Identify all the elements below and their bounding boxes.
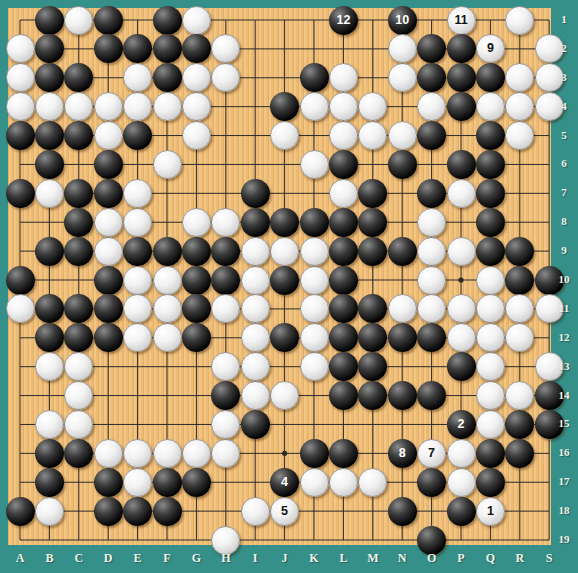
white-stone-B13[interactable]: [35, 352, 64, 381]
black-stone-B12[interactable]: [35, 323, 64, 352]
black-stone-Q16[interactable]: [476, 439, 505, 468]
white-stone-L3[interactable]: [329, 63, 358, 92]
column-label-Q: Q: [478, 551, 502, 566]
column-label-K: K: [302, 551, 326, 566]
black-stone-R10[interactable]: [505, 266, 534, 295]
white-stone-I10[interactable]: [241, 266, 270, 295]
white-stone-G4[interactable]: [182, 92, 211, 121]
white-stone-Q15[interactable]: [476, 410, 505, 439]
black-stone-E5[interactable]: [123, 121, 152, 150]
white-stone-O8[interactable]: [417, 208, 446, 237]
black-stone-B16[interactable]: [35, 439, 64, 468]
black-stone-O5[interactable]: [417, 121, 446, 150]
row-label-14: 14: [552, 389, 576, 401]
black-stone-N6[interactable]: [388, 150, 417, 179]
black-stone-C7[interactable]: [64, 179, 93, 208]
white-stone-P11[interactable]: [447, 294, 476, 323]
white-stone-P16[interactable]: [447, 439, 476, 468]
white-stone-D5[interactable]: [94, 121, 123, 150]
row-label-17: 17: [552, 475, 576, 487]
black-stone-H10[interactable]: [211, 266, 240, 295]
black-stone-D10[interactable]: [94, 266, 123, 295]
row-label-18: 18: [552, 504, 576, 516]
black-stone-P4[interactable]: [447, 92, 476, 121]
black-stone-L9[interactable]: [329, 237, 358, 266]
black-stone-L14[interactable]: [329, 381, 358, 410]
white-stone-P7[interactable]: [447, 179, 476, 208]
black-stone-G10[interactable]: [182, 266, 211, 295]
white-stone-G3[interactable]: [182, 63, 211, 92]
black-stone-R16[interactable]: [505, 439, 534, 468]
white-stone-K12[interactable]: [300, 323, 329, 352]
white-stone-N2[interactable]: [388, 34, 417, 63]
black-stone-L16[interactable]: [329, 439, 358, 468]
black-stone-D1[interactable]: [94, 6, 123, 35]
black-stone-F17[interactable]: [153, 468, 182, 497]
black-stone-D12[interactable]: [94, 323, 123, 352]
white-stone-E10[interactable]: [123, 266, 152, 295]
black-stone-D7[interactable]: [94, 179, 123, 208]
black-stone-N14[interactable]: [388, 381, 417, 410]
row-label-9: 9: [552, 244, 576, 256]
black-stone-D11[interactable]: [94, 294, 123, 323]
white-stone-Q10[interactable]: [476, 266, 505, 295]
black-stone-L12[interactable]: [329, 323, 358, 352]
black-stone-Q17[interactable]: [476, 468, 505, 497]
white-stone-H8[interactable]: [211, 208, 240, 237]
white-stone-Q18[interactable]: [476, 497, 505, 526]
white-stone-D4[interactable]: [94, 92, 123, 121]
column-label-B: B: [37, 551, 61, 566]
row-label-2: 2: [552, 42, 576, 54]
column-label-S: S: [537, 551, 561, 566]
black-stone-P2[interactable]: [447, 34, 476, 63]
row-label-6: 6: [552, 157, 576, 169]
column-label-H: H: [214, 551, 238, 566]
black-stone-O7[interactable]: [417, 179, 446, 208]
white-stone-A2[interactable]: [6, 34, 35, 63]
white-stone-K13[interactable]: [300, 352, 329, 381]
white-stone-N11[interactable]: [388, 294, 417, 323]
white-stone-B15[interactable]: [35, 410, 64, 439]
row-label-19: 19: [552, 533, 576, 545]
column-label-E: E: [126, 551, 150, 566]
black-stone-P13[interactable]: [447, 352, 476, 381]
black-stone-C9[interactable]: [64, 237, 93, 266]
black-stone-K8[interactable]: [300, 208, 329, 237]
white-stone-Q13[interactable]: [476, 352, 505, 381]
black-stone-L13[interactable]: [329, 352, 358, 381]
black-stone-A5[interactable]: [6, 121, 35, 150]
black-stone-K16[interactable]: [300, 439, 329, 468]
white-stone-L7[interactable]: [329, 179, 358, 208]
black-stone-C16[interactable]: [64, 439, 93, 468]
white-stone-J14[interactable]: [270, 381, 299, 410]
column-label-P: P: [449, 551, 473, 566]
row-label-3: 3: [552, 71, 576, 83]
black-stone-J10[interactable]: [270, 266, 299, 295]
black-stone-G17[interactable]: [182, 468, 211, 497]
black-stone-A10[interactable]: [6, 266, 35, 295]
black-stone-L8[interactable]: [329, 208, 358, 237]
white-stone-F4[interactable]: [153, 92, 182, 121]
column-label-M: M: [361, 551, 385, 566]
black-stone-P3[interactable]: [447, 63, 476, 92]
white-stone-K17[interactable]: [300, 468, 329, 497]
white-stone-D9[interactable]: [94, 237, 123, 266]
black-stone-Q9[interactable]: [476, 237, 505, 266]
row-label-7: 7: [552, 186, 576, 198]
black-stone-L6[interactable]: [329, 150, 358, 179]
black-stone-G12[interactable]: [182, 323, 211, 352]
black-stone-L1[interactable]: [329, 6, 358, 35]
white-stone-K4[interactable]: [300, 92, 329, 121]
white-stone-E17[interactable]: [123, 468, 152, 497]
black-stone-F3[interactable]: [153, 63, 182, 92]
black-stone-L10[interactable]: [329, 266, 358, 295]
row-label-12: 12: [552, 331, 576, 343]
white-stone-P17[interactable]: [447, 468, 476, 497]
black-stone-F1[interactable]: [153, 6, 182, 35]
white-stone-A4[interactable]: [6, 92, 35, 121]
black-stone-J17[interactable]: [270, 468, 299, 497]
white-stone-O16[interactable]: [417, 439, 446, 468]
black-stone-D18[interactable]: [94, 497, 123, 526]
white-stone-G5[interactable]: [182, 121, 211, 150]
column-label-C: C: [67, 551, 91, 566]
column-label-L: L: [331, 551, 355, 566]
white-stone-I14[interactable]: [241, 381, 270, 410]
black-stone-N18[interactable]: [388, 497, 417, 526]
row-label-15: 15: [552, 417, 576, 429]
column-label-I: I: [243, 551, 267, 566]
white-stone-L4[interactable]: [329, 92, 358, 121]
black-stone-M9[interactable]: [358, 237, 387, 266]
white-stone-J5[interactable]: [270, 121, 299, 150]
row-label-13: 13: [552, 360, 576, 372]
black-stone-D17[interactable]: [94, 468, 123, 497]
white-stone-D16[interactable]: [94, 439, 123, 468]
white-stone-I9[interactable]: [241, 237, 270, 266]
white-stone-I12[interactable]: [241, 323, 270, 352]
row-label-10: 10: [552, 273, 576, 285]
black-stone-N16[interactable]: [388, 439, 417, 468]
white-stone-Q14[interactable]: [476, 381, 505, 410]
white-stone-F6[interactable]: [153, 150, 182, 179]
column-label-O: O: [420, 551, 444, 566]
black-stone-E18[interactable]: [123, 497, 152, 526]
black-stone-N1[interactable]: [388, 6, 417, 35]
white-stone-B4[interactable]: [35, 92, 64, 121]
row-label-4: 4: [552, 100, 576, 112]
black-stone-Q8[interactable]: [476, 208, 505, 237]
white-stone-H16[interactable]: [211, 439, 240, 468]
black-stone-A18[interactable]: [6, 497, 35, 526]
black-stone-Q7[interactable]: [476, 179, 505, 208]
white-stone-R1[interactable]: [505, 6, 534, 35]
white-stone-A11[interactable]: [6, 294, 35, 323]
white-stone-E7[interactable]: [123, 179, 152, 208]
white-stone-C1[interactable]: [64, 6, 93, 35]
white-stone-Q12[interactable]: [476, 323, 505, 352]
row-label-16: 16: [552, 446, 576, 458]
black-stone-A7[interactable]: [6, 179, 35, 208]
white-stone-E8[interactable]: [123, 208, 152, 237]
white-stone-J18[interactable]: [270, 497, 299, 526]
white-stone-B7[interactable]: [35, 179, 64, 208]
black-stone-H9[interactable]: [211, 237, 240, 266]
black-stone-R9[interactable]: [505, 237, 534, 266]
black-stone-Q3[interactable]: [476, 63, 505, 92]
black-stone-F9[interactable]: [153, 237, 182, 266]
black-stone-J8[interactable]: [270, 208, 299, 237]
column-label-R: R: [508, 551, 532, 566]
black-stone-O14[interactable]: [417, 381, 446, 410]
white-stone-A3[interactable]: [6, 63, 35, 92]
black-stone-P6[interactable]: [447, 150, 476, 179]
black-stone-B17[interactable]: [35, 468, 64, 497]
white-stone-I11[interactable]: [241, 294, 270, 323]
black-stone-P18[interactable]: [447, 497, 476, 526]
white-stone-N3[interactable]: [388, 63, 417, 92]
column-label-J: J: [273, 551, 297, 566]
white-stone-P12[interactable]: [447, 323, 476, 352]
white-stone-K10[interactable]: [300, 266, 329, 295]
black-stone-Q5[interactable]: [476, 121, 505, 150]
white-stone-B18[interactable]: [35, 497, 64, 526]
black-stone-G9[interactable]: [182, 237, 211, 266]
white-stone-F12[interactable]: [153, 323, 182, 352]
column-label-N: N: [390, 551, 414, 566]
column-label-D: D: [96, 551, 120, 566]
black-stone-O17[interactable]: [417, 468, 446, 497]
white-stone-L5[interactable]: [329, 121, 358, 150]
white-stone-N5[interactable]: [388, 121, 417, 150]
black-stone-B6[interactable]: [35, 150, 64, 179]
black-stone-B5[interactable]: [35, 121, 64, 150]
white-stone-P1[interactable]: [447, 6, 476, 35]
white-stone-F11[interactable]: [153, 294, 182, 323]
white-stone-G1[interactable]: [182, 6, 211, 35]
row-label-11: 11: [552, 302, 576, 314]
column-label-G: G: [184, 551, 208, 566]
white-stone-D8[interactable]: [94, 208, 123, 237]
black-stone-D2[interactable]: [94, 34, 123, 63]
black-stone-M8[interactable]: [358, 208, 387, 237]
white-stone-K11[interactable]: [300, 294, 329, 323]
white-stone-I18[interactable]: [241, 497, 270, 526]
row-label-5: 5: [552, 129, 576, 141]
white-stone-K6[interactable]: [300, 150, 329, 179]
black-stone-F2[interactable]: [153, 34, 182, 63]
white-stone-O10[interactable]: [417, 266, 446, 295]
black-stone-F18[interactable]: [153, 497, 182, 526]
white-stone-G16[interactable]: [182, 439, 211, 468]
black-stone-M7[interactable]: [358, 179, 387, 208]
white-stone-K9[interactable]: [300, 237, 329, 266]
column-label-F: F: [155, 551, 179, 566]
black-stone-K3[interactable]: [300, 63, 329, 92]
black-stone-I15[interactable]: [241, 410, 270, 439]
black-stone-C8[interactable]: [64, 208, 93, 237]
white-stone-L17[interactable]: [329, 468, 358, 497]
white-stone-E16[interactable]: [123, 439, 152, 468]
column-label-A: A: [8, 551, 32, 566]
black-stone-N9[interactable]: [388, 237, 417, 266]
black-stone-B1[interactable]: [35, 6, 64, 35]
go-board-frame: 1245789101112 ABCDEFGHIJKLMNOPQRS1234567…: [0, 0, 578, 573]
black-stone-P15[interactable]: [447, 410, 476, 439]
black-stone-B3[interactable]: [35, 63, 64, 92]
white-stone-Q4[interactable]: [476, 92, 505, 121]
white-stone-I13[interactable]: [241, 352, 270, 381]
black-stone-D6[interactable]: [94, 150, 123, 179]
white-stone-G8[interactable]: [182, 208, 211, 237]
white-stone-J9[interactable]: [270, 237, 299, 266]
row-label-8: 8: [552, 215, 576, 227]
white-stone-O9[interactable]: [417, 237, 446, 266]
black-stone-N12[interactable]: [388, 323, 417, 352]
black-stone-B9[interactable]: [35, 237, 64, 266]
row-label-1: 1: [552, 13, 576, 25]
white-stone-P9[interactable]: [447, 237, 476, 266]
black-stone-I8[interactable]: [241, 208, 270, 237]
black-stone-I7[interactable]: [241, 179, 270, 208]
white-stone-F16[interactable]: [153, 439, 182, 468]
black-stone-E9[interactable]: [123, 237, 152, 266]
white-stone-F10[interactable]: [153, 266, 182, 295]
black-stone-Q6[interactable]: [476, 150, 505, 179]
white-stone-M17[interactable]: [358, 468, 387, 497]
